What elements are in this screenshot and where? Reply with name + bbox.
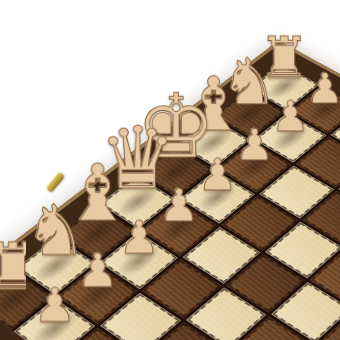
chess-set-photo: ♜♞♝♛♚♝♞♜♟♟♟♟♟♟♟♟ [0,0,340,340]
piece-white-pawn-a2[interactable]: ♟ [8,281,101,328]
